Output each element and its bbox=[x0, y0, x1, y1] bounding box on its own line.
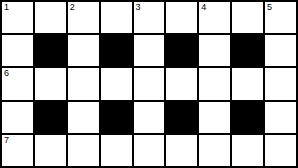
white-cell[interactable]: 1 bbox=[2, 2, 33, 33]
clue-number: 7 bbox=[4, 135, 9, 145]
clue-number: 2 bbox=[70, 2, 75, 12]
white-cell[interactable] bbox=[68, 102, 99, 133]
white-cell[interactable]: 7 bbox=[2, 135, 33, 166]
white-cell[interactable]: 4 bbox=[199, 2, 230, 33]
white-cell[interactable] bbox=[134, 102, 165, 133]
crossword-board: 1234567 bbox=[0, 0, 298, 168]
white-cell[interactable] bbox=[35, 135, 66, 166]
white-cell[interactable] bbox=[101, 135, 132, 166]
white-cell[interactable] bbox=[2, 35, 33, 66]
clue-number: 1 bbox=[4, 2, 9, 12]
white-cell[interactable] bbox=[35, 68, 66, 99]
black-cell bbox=[232, 35, 263, 66]
white-cell[interactable] bbox=[265, 35, 296, 66]
white-cell[interactable] bbox=[35, 2, 66, 33]
white-cell[interactable] bbox=[199, 35, 230, 66]
white-cell[interactable] bbox=[101, 2, 132, 33]
white-cell[interactable] bbox=[199, 102, 230, 133]
white-cell[interactable] bbox=[199, 135, 230, 166]
white-cell[interactable]: 6 bbox=[2, 68, 33, 99]
white-cell[interactable] bbox=[134, 68, 165, 99]
black-cell bbox=[166, 102, 197, 133]
clue-number: 4 bbox=[201, 2, 206, 12]
white-cell[interactable] bbox=[134, 35, 165, 66]
white-cell[interactable] bbox=[265, 102, 296, 133]
white-cell[interactable]: 5 bbox=[265, 2, 296, 33]
white-cell[interactable] bbox=[265, 135, 296, 166]
crossword-grid: 1234567 bbox=[0, 0, 298, 168]
white-cell[interactable] bbox=[68, 68, 99, 99]
white-cell[interactable] bbox=[232, 68, 263, 99]
white-cell[interactable] bbox=[166, 2, 197, 33]
white-cell[interactable] bbox=[166, 135, 197, 166]
white-cell[interactable]: 3 bbox=[134, 2, 165, 33]
black-cell bbox=[101, 35, 132, 66]
black-cell bbox=[35, 102, 66, 133]
black-cell bbox=[166, 35, 197, 66]
white-cell[interactable] bbox=[68, 135, 99, 166]
clue-number: 6 bbox=[4, 68, 9, 78]
clue-number: 3 bbox=[136, 2, 141, 12]
white-cell[interactable] bbox=[2, 102, 33, 133]
clue-number: 5 bbox=[267, 2, 272, 12]
white-cell[interactable] bbox=[68, 35, 99, 66]
black-cell bbox=[35, 35, 66, 66]
white-cell[interactable] bbox=[232, 2, 263, 33]
white-cell[interactable] bbox=[199, 68, 230, 99]
black-cell bbox=[101, 102, 132, 133]
black-cell bbox=[232, 102, 263, 133]
white-cell[interactable] bbox=[166, 68, 197, 99]
white-cell[interactable]: 2 bbox=[68, 2, 99, 33]
white-cell[interactable] bbox=[265, 68, 296, 99]
white-cell[interactable] bbox=[232, 135, 263, 166]
white-cell[interactable] bbox=[101, 68, 132, 99]
white-cell[interactable] bbox=[134, 135, 165, 166]
